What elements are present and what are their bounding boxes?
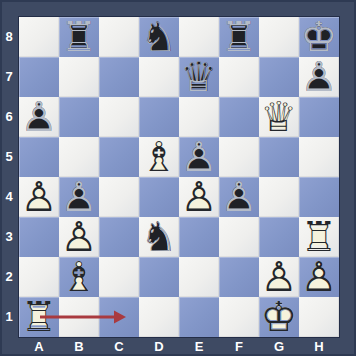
rank-label-7: 7 <box>0 57 18 97</box>
square-d2[interactable] <box>139 257 179 297</box>
white-pawn[interactable]: ♟♙ <box>179 177 219 217</box>
square-f7[interactable] <box>219 57 259 97</box>
square-b2[interactable]: ♝♗ <box>59 257 99 297</box>
piece-fill: ♝ <box>139 137 179 177</box>
piece-fill: ♛ <box>179 57 219 97</box>
square-c2[interactable] <box>99 257 139 297</box>
black-rook[interactable]: ♜♖ <box>219 17 259 57</box>
square-b6[interactable] <box>59 97 99 137</box>
square-a1[interactable]: ♜♖ <box>19 297 59 337</box>
square-g6[interactable]: ♛♕ <box>259 97 299 137</box>
file-label-h: H <box>299 338 339 356</box>
piece-fill: ♟ <box>179 137 219 177</box>
square-a3[interactable] <box>19 217 59 257</box>
square-e8[interactable] <box>179 17 219 57</box>
square-c6[interactable] <box>99 97 139 137</box>
rank-label-8: 8 <box>0 17 18 57</box>
black-pawn[interactable]: ♟♙ <box>299 57 339 97</box>
file-label-d: D <box>139 338 179 356</box>
piece-fill: ♟ <box>19 177 59 217</box>
piece-outline: ♖ <box>219 17 259 57</box>
piece-fill: ♚ <box>299 17 339 57</box>
square-a7[interactable] <box>19 57 59 97</box>
piece-fill: ♜ <box>19 297 59 337</box>
square-a2[interactable] <box>19 257 59 297</box>
black-king[interactable]: ♚♔ <box>299 17 339 57</box>
file-label-a: A <box>19 338 59 356</box>
piece-outline: ♙ <box>259 257 299 297</box>
white-pawn[interactable]: ♟♙ <box>299 257 339 297</box>
square-e3[interactable] <box>179 217 219 257</box>
piece-fill: ♟ <box>259 257 299 297</box>
square-c4[interactable] <box>99 177 139 217</box>
square-c8[interactable] <box>99 17 139 57</box>
piece-fill: ♞ <box>139 17 179 57</box>
square-h5[interactable] <box>299 137 339 177</box>
piece-fill: ♜ <box>219 17 259 57</box>
square-b4[interactable]: ♟♙ <box>59 177 99 217</box>
file-labels: ABCDEFGH <box>19 337 339 356</box>
square-a8[interactable] <box>19 17 59 57</box>
white-bishop[interactable]: ♝♗ <box>59 257 99 297</box>
piece-outline: ♖ <box>19 297 59 337</box>
white-rook[interactable]: ♜♖ <box>299 217 339 257</box>
square-g3[interactable] <box>259 217 299 257</box>
square-e1[interactable] <box>179 297 219 337</box>
square-b8[interactable]: ♜♖ <box>59 17 99 57</box>
piece-outline: ♗ <box>139 137 179 177</box>
piece-outline: ♙ <box>59 217 99 257</box>
square-b3[interactable]: ♟♙ <box>59 217 99 257</box>
piece-fill: ♜ <box>59 17 99 57</box>
square-f8[interactable]: ♜♖ <box>219 17 259 57</box>
piece-outline: ♙ <box>59 177 99 217</box>
piece-outline: ♙ <box>299 57 339 97</box>
piece-outline: ♘ <box>139 217 179 257</box>
white-pawn[interactable]: ♟♙ <box>19 177 59 217</box>
square-c7[interactable] <box>99 57 139 97</box>
piece-outline: ♙ <box>19 177 59 217</box>
piece-outline: ♙ <box>179 177 219 217</box>
black-pawn[interactable]: ♟♙ <box>219 177 259 217</box>
rank-label-6: 6 <box>0 97 18 137</box>
square-h7[interactable]: ♟♙ <box>299 57 339 97</box>
white-bishop[interactable]: ♝♗ <box>139 137 179 177</box>
rank-label-2: 2 <box>0 257 18 297</box>
piece-outline: ♘ <box>139 17 179 57</box>
square-d7[interactable] <box>139 57 179 97</box>
white-pawn[interactable]: ♟♙ <box>59 217 99 257</box>
white-rook[interactable]: ♜♖ <box>19 297 59 337</box>
square-h8[interactable]: ♚♔ <box>299 17 339 57</box>
square-c1[interactable] <box>99 297 139 337</box>
square-d8[interactable]: ♞♘ <box>139 17 179 57</box>
piece-outline: ♔ <box>299 17 339 57</box>
piece-outline: ♕ <box>259 97 299 137</box>
board-grid: ♜♖♞♘♜♖♚♔♛♕♟♙♟♙♛♕♝♗♟♙♟♙♟♙♟♙♟♙♟♙♞♘♜♖♝♗♟♙♟♙… <box>19 17 339 337</box>
piece-fill: ♟ <box>219 177 259 217</box>
black-knight[interactable]: ♞♘ <box>139 17 179 57</box>
square-g8[interactable] <box>259 17 299 57</box>
black-pawn[interactable]: ♟♙ <box>179 137 219 177</box>
white-queen[interactable]: ♛♕ <box>259 97 299 137</box>
piece-fill: ♜ <box>299 217 339 257</box>
square-g2[interactable]: ♟♙ <box>259 257 299 297</box>
rank-label-3: 3 <box>0 217 18 257</box>
square-b5[interactable] <box>59 137 99 177</box>
square-g5[interactable] <box>259 137 299 177</box>
square-h1[interactable] <box>299 297 339 337</box>
square-f5[interactable] <box>219 137 259 177</box>
square-f1[interactable] <box>219 297 259 337</box>
piece-fill: ♟ <box>19 97 59 137</box>
piece-outline: ♗ <box>59 257 99 297</box>
white-king[interactable]: ♚♔ <box>259 297 299 337</box>
square-b7[interactable] <box>59 57 99 97</box>
square-f4[interactable]: ♟♙ <box>219 177 259 217</box>
piece-outline: ♙ <box>19 97 59 137</box>
piece-outline: ♖ <box>59 17 99 57</box>
file-label-f: F <box>219 338 259 356</box>
square-c5[interactable] <box>99 137 139 177</box>
piece-fill: ♚ <box>259 297 299 337</box>
black-pawn[interactable]: ♟♙ <box>59 177 99 217</box>
square-g4[interactable] <box>259 177 299 217</box>
rank-label-4: 4 <box>0 177 18 217</box>
piece-fill: ♟ <box>299 57 339 97</box>
square-d6[interactable] <box>139 97 179 137</box>
chess-diagram: 87654321 ♜♖♞♘♜♖♚♔♛♕♟♙♟♙♛♕♝♗♟♙♟♙♟♙♟♙♟♙♟♙♞… <box>0 0 356 356</box>
square-a6[interactable]: ♟♙ <box>19 97 59 137</box>
chess-board: ♜♖♞♘♜♖♚♔♛♕♟♙♟♙♛♕♝♗♟♙♟♙♟♙♟♙♟♙♟♙♞♘♜♖♝♗♟♙♟♙… <box>18 16 340 338</box>
white-pawn[interactable]: ♟♙ <box>259 257 299 297</box>
square-a5[interactable] <box>19 137 59 177</box>
square-d1[interactable] <box>139 297 179 337</box>
piece-outline: ♕ <box>179 57 219 97</box>
piece-outline: ♙ <box>299 257 339 297</box>
square-g1[interactable]: ♚♔ <box>259 297 299 337</box>
piece-outline: ♖ <box>299 217 339 257</box>
file-label-e: E <box>179 338 219 356</box>
piece-outline: ♙ <box>219 177 259 217</box>
piece-fill: ♟ <box>59 217 99 257</box>
square-b1[interactable] <box>59 297 99 337</box>
piece-fill: ♟ <box>299 257 339 297</box>
black-knight[interactable]: ♞♘ <box>139 217 179 257</box>
square-a4[interactable]: ♟♙ <box>19 177 59 217</box>
rank-label-1: 1 <box>0 297 18 337</box>
square-f6[interactable] <box>219 97 259 137</box>
piece-fill: ♛ <box>259 97 299 137</box>
piece-fill: ♟ <box>59 177 99 217</box>
square-d3[interactable]: ♞♘ <box>139 217 179 257</box>
file-label-g: G <box>259 338 299 356</box>
square-h3[interactable]: ♜♖ <box>299 217 339 257</box>
black-queen[interactable]: ♛♕ <box>179 57 219 97</box>
square-d5[interactable]: ♝♗ <box>139 137 179 177</box>
square-g7[interactable] <box>259 57 299 97</box>
square-e6[interactable] <box>179 97 219 137</box>
rank-labels: 87654321 <box>0 17 18 337</box>
square-e7[interactable]: ♛♕ <box>179 57 219 97</box>
square-h6[interactable] <box>299 97 339 137</box>
square-e4[interactable]: ♟♙ <box>179 177 219 217</box>
square-h2[interactable]: ♟♙ <box>299 257 339 297</box>
square-c3[interactable] <box>99 217 139 257</box>
piece-fill: ♞ <box>139 217 179 257</box>
file-label-b: B <box>59 338 99 356</box>
piece-outline: ♔ <box>259 297 299 337</box>
square-d4[interactable] <box>139 177 179 217</box>
black-rook[interactable]: ♜♖ <box>59 17 99 57</box>
black-pawn[interactable]: ♟♙ <box>19 97 59 137</box>
rank-label-5: 5 <box>0 137 18 177</box>
square-e2[interactable] <box>179 257 219 297</box>
piece-fill: ♝ <box>59 257 99 297</box>
square-f2[interactable] <box>219 257 259 297</box>
piece-outline: ♙ <box>179 137 219 177</box>
square-e5[interactable]: ♟♙ <box>179 137 219 177</box>
square-f3[interactable] <box>219 217 259 257</box>
square-h4[interactable] <box>299 177 339 217</box>
piece-fill: ♟ <box>179 177 219 217</box>
file-label-c: C <box>99 338 139 356</box>
